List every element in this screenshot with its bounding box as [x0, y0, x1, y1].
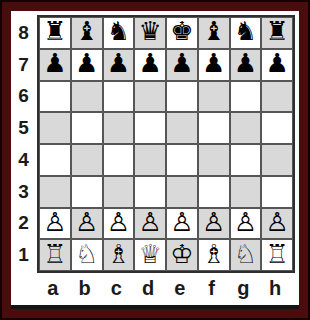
white-pawn-icon: ♙	[107, 208, 130, 237]
square-c4[interactable]	[103, 144, 135, 176]
square-e7[interactable]: ♟	[166, 49, 198, 81]
square-d2[interactable]: ♙	[134, 208, 166, 240]
square-c6[interactable]	[103, 81, 135, 113]
square-c7[interactable]: ♟	[103, 49, 135, 81]
rank-label-7: 7	[13, 49, 37, 81]
white-pawn-icon: ♙	[202, 208, 225, 237]
white-bishop-icon: ♗	[107, 240, 130, 269]
file-label-c: c	[101, 277, 133, 300]
square-c1[interactable]: ♗	[103, 239, 135, 271]
square-f6[interactable]	[198, 81, 230, 113]
rank-label-6: 6	[13, 81, 37, 113]
black-pawn-icon: ♟	[138, 49, 161, 78]
square-b5[interactable]	[71, 112, 103, 144]
chess-board: ♜♝♞♛♚♝♞♜♟♟♟♟♟♟♟♟♙♙♙♙♙♙♙♙♖♘♗♕♔♗♘♖	[37, 15, 295, 273]
square-g1[interactable]: ♘	[230, 239, 262, 271]
square-d6[interactable]	[134, 81, 166, 113]
square-d3[interactable]	[134, 176, 166, 208]
square-g5[interactable]	[230, 112, 262, 144]
square-d4[interactable]	[134, 144, 166, 176]
square-b3[interactable]	[71, 176, 103, 208]
rank-labels: 87654321	[13, 15, 37, 273]
rank-label-3: 3	[13, 176, 37, 208]
square-g7[interactable]: ♟	[230, 49, 262, 81]
rank-label-5: 5	[13, 112, 37, 144]
file-labels: abcdefgh	[37, 273, 295, 303]
square-e8[interactable]: ♚	[166, 17, 198, 49]
square-e1[interactable]: ♔	[166, 239, 198, 271]
white-pawn-icon: ♙	[170, 208, 193, 237]
square-a4[interactable]	[39, 144, 71, 176]
black-pawn-icon: ♟	[170, 49, 193, 78]
square-a5[interactable]	[39, 112, 71, 144]
square-d1[interactable]: ♕	[134, 239, 166, 271]
black-pawn-icon: ♟	[265, 49, 288, 78]
white-knight-icon: ♘	[75, 240, 98, 269]
square-f3[interactable]	[198, 176, 230, 208]
file-label-g: g	[228, 277, 260, 300]
square-e3[interactable]	[166, 176, 198, 208]
square-b6[interactable]	[71, 81, 103, 113]
square-h8[interactable]: ♜	[261, 17, 293, 49]
white-pawn-icon: ♙	[43, 208, 66, 237]
square-h5[interactable]	[261, 112, 293, 144]
square-e2[interactable]: ♙	[166, 208, 198, 240]
white-pawn-icon: ♙	[265, 208, 288, 237]
square-a8[interactable]: ♜	[39, 17, 71, 49]
file-label-b: b	[69, 277, 101, 300]
diagram-margin: 87654321 ♜♝♞♛♚♝♞♜♟♟♟♟♟♟♟♟♙♙♙♙♙♙♙♙♖♘♗♕♔♗♘…	[11, 11, 299, 309]
square-f8[interactable]: ♝	[198, 17, 230, 49]
square-e5[interactable]	[166, 112, 198, 144]
square-c5[interactable]	[103, 112, 135, 144]
file-label-f: f	[196, 277, 228, 300]
square-g8[interactable]: ♞	[230, 17, 262, 49]
white-bishop-icon: ♗	[202, 240, 225, 269]
black-bishop-icon: ♝	[75, 17, 98, 46]
square-b2[interactable]: ♙	[71, 208, 103, 240]
square-a7[interactable]: ♟	[39, 49, 71, 81]
square-h4[interactable]	[261, 144, 293, 176]
rank-label-8: 8	[13, 17, 37, 49]
square-c2[interactable]: ♙	[103, 208, 135, 240]
black-pawn-icon: ♟	[202, 49, 225, 78]
black-pawn-icon: ♟	[107, 49, 130, 78]
square-d5[interactable]	[134, 112, 166, 144]
square-a3[interactable]	[39, 176, 71, 208]
square-f1[interactable]: ♗	[198, 239, 230, 271]
square-a6[interactable]	[39, 81, 71, 113]
rank-label-1: 1	[13, 239, 37, 271]
black-rook-icon: ♜	[43, 17, 66, 46]
square-e6[interactable]	[166, 81, 198, 113]
white-pawn-icon: ♙	[75, 208, 98, 237]
square-c8[interactable]: ♞	[103, 17, 135, 49]
file-label-d: d	[132, 277, 164, 300]
square-g4[interactable]	[230, 144, 262, 176]
square-b1[interactable]: ♘	[71, 239, 103, 271]
white-rook-icon: ♖	[265, 240, 288, 269]
square-h1[interactable]: ♖	[261, 239, 293, 271]
white-pawn-icon: ♙	[234, 208, 257, 237]
square-f7[interactable]: ♟	[198, 49, 230, 81]
square-g3[interactable]	[230, 176, 262, 208]
square-c3[interactable]	[103, 176, 135, 208]
white-king-icon: ♔	[170, 240, 193, 269]
square-f5[interactable]	[198, 112, 230, 144]
square-a2[interactable]: ♙	[39, 208, 71, 240]
square-h7[interactable]: ♟	[261, 49, 293, 81]
square-g2[interactable]: ♙	[230, 208, 262, 240]
square-h3[interactable]	[261, 176, 293, 208]
black-rook-icon: ♜	[265, 17, 288, 46]
file-label-h: h	[259, 277, 291, 300]
square-d8[interactable]: ♛	[134, 17, 166, 49]
black-pawn-icon: ♟	[43, 49, 66, 78]
rank-label-4: 4	[13, 144, 37, 176]
square-b7[interactable]: ♟	[71, 49, 103, 81]
rank-label-2: 2	[13, 208, 37, 240]
diagram-frame: 87654321 ♜♝♞♛♚♝♞♜♟♟♟♟♟♟♟♟♙♙♙♙♙♙♙♙♖♘♗♕♔♗♘…	[0, 0, 310, 320]
white-queen-icon: ♕	[138, 240, 161, 269]
black-knight-icon: ♞	[107, 17, 130, 46]
square-f4[interactable]	[198, 144, 230, 176]
white-rook-icon: ♖	[43, 240, 66, 269]
square-e4[interactable]	[166, 144, 198, 176]
board-layout: 87654321 ♜♝♞♛♚♝♞♜♟♟♟♟♟♟♟♟♙♙♙♙♙♙♙♙♖♘♗♕♔♗♘…	[13, 15, 299, 303]
black-pawn-icon: ♟	[234, 49, 257, 78]
black-knight-icon: ♞	[234, 17, 257, 46]
square-b4[interactable]	[71, 144, 103, 176]
white-pawn-icon: ♙	[138, 208, 161, 237]
square-a1[interactable]: ♖	[39, 239, 71, 271]
black-pawn-icon: ♟	[75, 49, 98, 78]
file-label-e: e	[164, 277, 196, 300]
square-d7[interactable]: ♟	[134, 49, 166, 81]
square-f2[interactable]: ♙	[198, 208, 230, 240]
black-king-icon: ♚	[170, 17, 193, 46]
file-label-a: a	[37, 277, 69, 300]
square-b8[interactable]: ♝	[71, 17, 103, 49]
black-queen-icon: ♛	[138, 17, 161, 46]
white-knight-icon: ♘	[234, 240, 257, 269]
square-h2[interactable]: ♙	[261, 208, 293, 240]
square-g6[interactable]	[230, 81, 262, 113]
square-h6[interactable]	[261, 81, 293, 113]
black-bishop-icon: ♝	[202, 17, 225, 46]
